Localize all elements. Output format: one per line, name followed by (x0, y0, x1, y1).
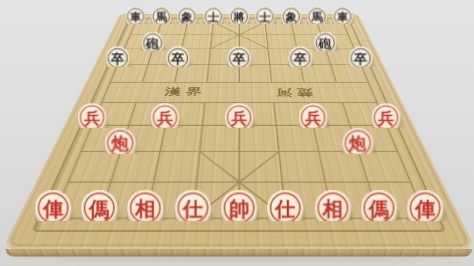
piece-red-帥[interactable]: 帥 (221, 190, 257, 226)
piece-glyph: 車 (337, 11, 348, 22)
piece-black-象[interactable]: 象 (281, 6, 301, 26)
piece-red-兵[interactable]: 兵 (372, 103, 401, 132)
piece-glyph: 砲 (319, 37, 332, 50)
piece-black-砲[interactable]: 砲 (141, 32, 163, 54)
piece-glyph: 士 (259, 11, 270, 22)
piece-black-車[interactable]: 車 (333, 6, 353, 26)
piece-glyph: 俥 (415, 199, 435, 219)
piece-glyph: 將 (233, 11, 244, 22)
piece-red-炮[interactable]: 炮 (342, 128, 373, 159)
piece-red-兵[interactable]: 兵 (77, 103, 106, 132)
piece-red-傌[interactable]: 傌 (81, 190, 117, 226)
piece-glyph: 相 (322, 199, 342, 219)
piece-glyph: 仕 (182, 199, 202, 219)
piece-glyph: 兵 (84, 110, 100, 126)
piece-black-士[interactable]: 士 (255, 6, 275, 26)
piece-glyph: 砲 (146, 37, 159, 50)
piece-glyph: 象 (285, 11, 296, 22)
piece-glyph: 俥 (42, 199, 62, 219)
piece-black-將[interactable]: 將 (229, 6, 249, 26)
piece-red-兵[interactable]: 兵 (298, 103, 327, 132)
piece-red-仕[interactable]: 仕 (174, 190, 210, 226)
piece-black-馬[interactable]: 馬 (151, 6, 171, 26)
piece-glyph: 傌 (369, 199, 389, 219)
piece-glyph: 傌 (89, 199, 109, 219)
piece-glyph: 相 (136, 199, 156, 219)
piece-glyph: 仕 (275, 199, 295, 219)
piece-red-相[interactable]: 相 (128, 190, 164, 226)
piece-glyph: 卒 (232, 52, 245, 65)
piece-glyph: 卒 (293, 52, 306, 65)
xiangqi-board: 漢界 楚河 車馬象士將士象馬車砲砲卒卒卒卒卒兵兵兵兵兵炮炮俥傌相仕帥仕相傌俥 (2, 13, 474, 249)
pieces-layer: 車馬象士將士象馬車砲砲卒卒卒卒卒兵兵兵兵兵炮炮俥傌相仕帥仕相傌俥 (2, 13, 474, 249)
piece-glyph: 炮 (112, 135, 129, 152)
piece-red-傌[interactable]: 傌 (361, 190, 397, 226)
piece-glyph: 兵 (231, 110, 247, 126)
piece-glyph: 象 (182, 11, 193, 22)
board-front-edge (5, 249, 472, 257)
piece-black-車[interactable]: 車 (125, 6, 145, 26)
piece-red-相[interactable]: 相 (314, 190, 350, 226)
piece-glyph: 帥 (229, 199, 249, 219)
piece-glyph: 炮 (349, 135, 366, 152)
piece-glyph: 馬 (311, 11, 322, 22)
piece-glyph: 兵 (157, 110, 173, 126)
piece-glyph: 卒 (111, 52, 124, 65)
piece-red-仕[interactable]: 仕 (267, 190, 303, 226)
piece-glyph: 兵 (378, 110, 394, 126)
piece-red-兵[interactable]: 兵 (151, 103, 180, 132)
piece-red-炮[interactable]: 炮 (105, 128, 136, 159)
piece-glyph: 馬 (156, 11, 167, 22)
piece-red-俥[interactable]: 俥 (34, 190, 70, 226)
piece-glyph: 士 (207, 11, 218, 22)
piece-red-俥[interactable]: 俥 (407, 190, 443, 226)
piece-glyph: 兵 (305, 110, 321, 126)
piece-black-象[interactable]: 象 (177, 6, 197, 26)
piece-red-兵[interactable]: 兵 (225, 103, 254, 132)
piece-black-士[interactable]: 士 (203, 6, 223, 26)
piece-black-砲[interactable]: 砲 (314, 32, 336, 54)
piece-black-馬[interactable]: 馬 (307, 6, 327, 26)
piece-glyph: 車 (130, 11, 141, 22)
model-viewer-canvas[interactable]: 漢界 楚河 車馬象士將士象馬車砲砲卒卒卒卒卒兵兵兵兵兵炮炮俥傌相仕帥仕相傌俥 (0, 0, 474, 266)
piece-glyph: 卒 (172, 52, 185, 65)
piece-glyph: 卒 (354, 52, 367, 65)
